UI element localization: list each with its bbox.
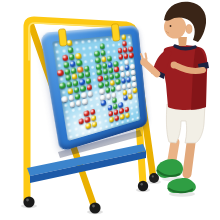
back-leg [187,143,191,174]
fingers [141,54,147,60]
ear [186,25,192,34]
neck [178,37,187,46]
child [0,0,220,220]
product-photo [0,0,220,220]
far-hand [171,62,178,69]
eye [170,25,172,27]
